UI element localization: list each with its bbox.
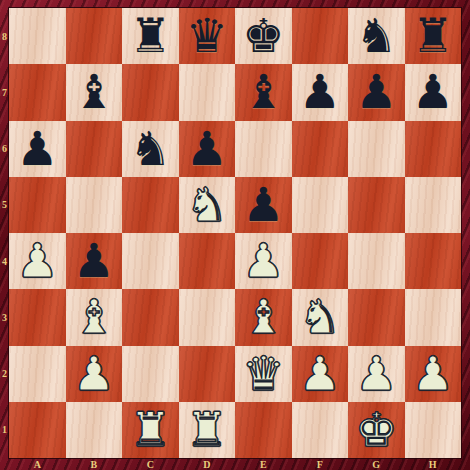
square-h1[interactable] [405, 402, 462, 458]
piece-black-pawn[interactable]: ♟ [355, 64, 397, 120]
rank-label-5: 5 [0, 177, 9, 233]
square-d6[interactable]: ♟ [179, 121, 236, 177]
square-c3[interactable] [122, 289, 179, 345]
square-c4[interactable] [122, 233, 179, 289]
square-h7[interactable]: ♟ [405, 64, 462, 120]
chess-board: ♜♛♚♞♜♝♝♟♟♟♟♞♟♞♟♟♟♟♝♝♞♟♛♟♟♟♜♜♚ [9, 8, 461, 458]
square-c8[interactable]: ♜ [122, 8, 179, 64]
square-b1[interactable] [66, 402, 123, 458]
rank-label-4: 4 [0, 233, 9, 289]
square-a3[interactable] [9, 289, 66, 345]
piece-black-queen[interactable]: ♛ [186, 8, 228, 64]
rank-label-8: 8 [0, 8, 9, 64]
square-e7[interactable]: ♝ [235, 64, 292, 120]
piece-black-pawn[interactable]: ♟ [412, 64, 454, 120]
square-h2[interactable]: ♟ [405, 346, 462, 402]
square-b2[interactable]: ♟ [66, 346, 123, 402]
square-g7[interactable]: ♟ [348, 64, 405, 120]
piece-white-bishop[interactable]: ♝ [73, 289, 115, 345]
piece-black-rook[interactable]: ♜ [412, 8, 454, 64]
square-b3[interactable]: ♝ [66, 289, 123, 345]
square-g2[interactable]: ♟ [348, 346, 405, 402]
file-label-g: G [348, 458, 405, 470]
square-g8[interactable]: ♞ [348, 8, 405, 64]
piece-black-pawn[interactable]: ♟ [186, 121, 228, 177]
piece-white-queen[interactable]: ♛ [242, 346, 284, 402]
square-d4[interactable] [179, 233, 236, 289]
square-f6[interactable] [292, 121, 349, 177]
square-e6[interactable] [235, 121, 292, 177]
square-c6[interactable]: ♞ [122, 121, 179, 177]
rank-label-6: 6 [0, 121, 9, 177]
file-label-d: D [179, 458, 236, 470]
piece-white-pawn[interactable]: ♟ [299, 346, 341, 402]
square-h8[interactable]: ♜ [405, 8, 462, 64]
square-e5[interactable]: ♟ [235, 177, 292, 233]
square-g3[interactable] [348, 289, 405, 345]
square-h4[interactable] [405, 233, 462, 289]
piece-black-knight[interactable]: ♞ [129, 121, 171, 177]
square-h5[interactable] [405, 177, 462, 233]
square-d1[interactable]: ♜ [179, 402, 236, 458]
piece-black-pawn[interactable]: ♟ [242, 177, 284, 233]
rank-label-2: 2 [0, 346, 9, 402]
square-e8[interactable]: ♚ [235, 8, 292, 64]
piece-black-rook[interactable]: ♜ [129, 8, 171, 64]
file-label-h: H [405, 458, 462, 470]
rank-label-1: 1 [0, 402, 9, 458]
square-d3[interactable] [179, 289, 236, 345]
piece-black-bishop[interactable]: ♝ [73, 64, 115, 120]
square-b7[interactable]: ♝ [66, 64, 123, 120]
piece-black-pawn[interactable]: ♟ [73, 233, 115, 289]
square-e1[interactable] [235, 402, 292, 458]
square-b4[interactable]: ♟ [66, 233, 123, 289]
square-a5[interactable] [9, 177, 66, 233]
square-a4[interactable]: ♟ [9, 233, 66, 289]
piece-white-king[interactable]: ♚ [355, 402, 397, 458]
square-e2[interactable]: ♛ [235, 346, 292, 402]
square-g4[interactable] [348, 233, 405, 289]
square-f3[interactable]: ♞ [292, 289, 349, 345]
piece-white-knight[interactable]: ♞ [299, 289, 341, 345]
square-e3[interactable]: ♝ [235, 289, 292, 345]
piece-black-knight[interactable]: ♞ [355, 8, 397, 64]
square-a1[interactable] [9, 402, 66, 458]
square-d8[interactable]: ♛ [179, 8, 236, 64]
piece-black-pawn[interactable]: ♟ [299, 64, 341, 120]
piece-white-pawn[interactable]: ♟ [73, 346, 115, 402]
piece-black-bishop[interactable]: ♝ [242, 64, 284, 120]
square-c5[interactable] [122, 177, 179, 233]
file-label-b: B [66, 458, 123, 470]
rank-label-3: 3 [0, 289, 9, 345]
square-d2[interactable] [179, 346, 236, 402]
piece-white-rook[interactable]: ♜ [186, 402, 228, 458]
square-f5[interactable] [292, 177, 349, 233]
square-a2[interactable] [9, 346, 66, 402]
square-c1[interactable]: ♜ [122, 402, 179, 458]
file-label-e: E [235, 458, 292, 470]
square-e4[interactable]: ♟ [235, 233, 292, 289]
square-f7[interactable]: ♟ [292, 64, 349, 120]
square-c7[interactable] [122, 64, 179, 120]
piece-black-king[interactable]: ♚ [242, 8, 284, 64]
piece-white-pawn[interactable]: ♟ [242, 233, 284, 289]
file-label-f: F [292, 458, 349, 470]
square-a8[interactable] [9, 8, 66, 64]
square-f2[interactable]: ♟ [292, 346, 349, 402]
square-h6[interactable] [405, 121, 462, 177]
piece-white-knight[interactable]: ♞ [186, 177, 228, 233]
piece-white-pawn[interactable]: ♟ [412, 346, 454, 402]
square-c2[interactable] [122, 346, 179, 402]
file-labels: ABCDEFGH [9, 458, 461, 470]
rank-label-7: 7 [0, 64, 9, 120]
piece-white-rook[interactable]: ♜ [129, 402, 171, 458]
piece-black-pawn[interactable]: ♟ [16, 121, 58, 177]
square-h3[interactable] [405, 289, 462, 345]
square-g1[interactable]: ♚ [348, 402, 405, 458]
square-d7[interactable] [179, 64, 236, 120]
square-b5[interactable] [66, 177, 123, 233]
square-f8[interactable] [292, 8, 349, 64]
square-f1[interactable] [292, 402, 349, 458]
file-label-a: A [9, 458, 66, 470]
piece-white-bishop[interactable]: ♝ [242, 289, 284, 345]
piece-white-pawn[interactable]: ♟ [355, 346, 397, 402]
file-label-c: C [122, 458, 179, 470]
square-d5[interactable]: ♞ [179, 177, 236, 233]
square-g5[interactable] [348, 177, 405, 233]
square-a7[interactable] [9, 64, 66, 120]
rank-labels: 87654321 [0, 8, 9, 458]
square-g6[interactable] [348, 121, 405, 177]
square-b6[interactable] [66, 121, 123, 177]
square-f4[interactable] [292, 233, 349, 289]
chess-board-frame: ♜♛♚♞♜♝♝♟♟♟♟♞♟♞♟♟♟♟♝♝♞♟♛♟♟♟♜♜♚ 87654321 A… [0, 0, 470, 470]
piece-white-pawn[interactable]: ♟ [16, 233, 58, 289]
square-a6[interactable]: ♟ [9, 121, 66, 177]
square-b8[interactable] [66, 8, 123, 64]
